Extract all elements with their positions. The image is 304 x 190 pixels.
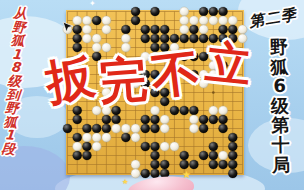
black-stone [209, 142, 218, 151]
white-stone [180, 7, 189, 16]
black-stone [150, 25, 159, 34]
black-stone [121, 25, 130, 34]
go-board [66, 10, 244, 175]
black-stone [73, 25, 82, 34]
black-stone [180, 34, 189, 43]
black-stone [209, 151, 218, 160]
white-stone [131, 160, 140, 169]
black-stone [112, 106, 121, 115]
black-stone [160, 43, 169, 52]
sparkle-icon: ✦ [89, 0, 96, 8]
black-stone [141, 169, 150, 178]
white-stone [209, 70, 218, 79]
black-stone [189, 106, 198, 115]
star-icon: ★ [122, 178, 128, 186]
black-stone [141, 25, 150, 34]
white-stone [121, 124, 130, 133]
white-stone [238, 34, 247, 43]
black-stone [82, 142, 91, 151]
white-stone [112, 124, 121, 133]
white-stone [160, 52, 169, 61]
black-stone [199, 124, 208, 133]
black-stone [82, 151, 91, 160]
white-stone [141, 52, 150, 61]
black-stone [150, 124, 159, 133]
white-stone [141, 88, 150, 97]
white-stone [219, 151, 228, 160]
white-stone [199, 70, 208, 79]
white-stone [189, 115, 198, 124]
episode-char: 狐 [270, 56, 288, 76]
black-stone [160, 160, 169, 169]
episode-char: 局 [272, 154, 290, 174]
black-stone [73, 133, 82, 142]
white-stone [199, 16, 208, 25]
black-stone [141, 79, 150, 88]
white-stone [160, 115, 169, 124]
white-stone [180, 16, 189, 25]
black-stone [219, 25, 228, 34]
black-stone [141, 142, 150, 151]
white-stone [131, 124, 140, 133]
white-stone [160, 124, 169, 133]
white-stone [102, 88, 111, 97]
black-stone [92, 124, 101, 133]
black-stone [199, 151, 208, 160]
black-stone [131, 7, 140, 16]
white-stone [150, 106, 159, 115]
white-stone [102, 61, 111, 70]
black-stone [160, 97, 169, 106]
black-stone [170, 106, 179, 115]
black-stone [189, 52, 198, 61]
black-stone [141, 115, 150, 124]
white-stone [189, 16, 198, 25]
white-stone [102, 43, 111, 52]
white-stone [170, 43, 179, 52]
black-stone [102, 124, 111, 133]
white-stone [92, 106, 101, 115]
black-stone [150, 70, 159, 79]
black-stone [219, 160, 228, 169]
episode-char: 十 [272, 135, 290, 155]
caption-char: 段 [1, 142, 16, 157]
black-stone [63, 124, 72, 133]
board-grid [66, 10, 244, 175]
white-stone [131, 133, 140, 142]
white-stone [92, 133, 101, 142]
white-stone [92, 34, 101, 43]
white-stone [102, 70, 111, 79]
black-stone [150, 34, 159, 43]
black-stone [160, 34, 169, 43]
black-stone [189, 160, 198, 169]
black-stone [219, 124, 228, 133]
black-stone [141, 70, 150, 79]
episode-char: 级 [271, 96, 289, 116]
white-stone [131, 169, 140, 178]
black-stone [228, 34, 237, 43]
black-stone [82, 124, 91, 133]
black-stone [121, 133, 130, 142]
black-stone [228, 160, 237, 169]
white-stone [112, 79, 121, 88]
black-stone [199, 115, 208, 124]
white-stone [102, 16, 111, 25]
black-stone [189, 25, 198, 34]
white-stone [180, 25, 189, 34]
black-stone [73, 115, 82, 124]
white-stone [189, 124, 198, 133]
black-stone [228, 151, 237, 160]
white-stone [92, 43, 101, 52]
black-stone [150, 115, 159, 124]
episode-label: 野狐6级第十局 [270, 37, 290, 174]
black-stone [180, 106, 189, 115]
white-stone [209, 61, 218, 70]
white-stone [131, 97, 140, 106]
white-stone [209, 16, 218, 25]
black-stone [73, 151, 82, 160]
black-stone [228, 133, 237, 142]
black-stone [219, 61, 228, 70]
black-stone [219, 115, 228, 124]
episode-char: 6 [273, 76, 286, 96]
black-stone [141, 124, 150, 133]
white-stone [102, 79, 111, 88]
white-stone [121, 43, 130, 52]
black-stone [160, 25, 169, 34]
black-stone [180, 160, 189, 169]
white-stone [150, 52, 159, 61]
black-stone [189, 34, 198, 43]
black-stone [219, 34, 228, 43]
black-stone [131, 16, 140, 25]
white-stone [82, 16, 91, 25]
video-thumbnail: 扳完不立 从野狐18级到野狐1段 第二季 野狐6级第十局 ★ ★ ✦ [0, 0, 304, 190]
black-stone [170, 34, 179, 43]
white-stone [209, 52, 218, 61]
cursor-icon [62, 21, 74, 33]
black-stone [73, 43, 82, 52]
white-stone [73, 16, 82, 25]
white-stone [82, 34, 91, 43]
episode-char: 野 [270, 37, 288, 57]
black-stone [141, 34, 150, 43]
black-stone [150, 7, 159, 16]
black-stone [102, 115, 111, 124]
black-stone [150, 160, 159, 169]
black-stone [209, 34, 218, 43]
white-stone [102, 106, 111, 115]
white-stone [219, 106, 228, 115]
white-stone [82, 133, 91, 142]
white-stone [92, 142, 101, 151]
episode-char: 第 [271, 115, 289, 135]
white-stone [170, 142, 179, 151]
white-stone [102, 97, 111, 106]
white-stone [121, 34, 130, 43]
black-stone [228, 169, 237, 178]
white-stone [238, 25, 247, 34]
black-stone [112, 115, 121, 124]
black-stone [150, 88, 159, 97]
black-stone [150, 142, 159, 151]
black-stone [199, 34, 208, 43]
black-stone [228, 25, 237, 34]
white-stone [160, 142, 169, 151]
white-stone [228, 16, 237, 25]
black-stone [180, 151, 189, 160]
black-stone [189, 70, 198, 79]
black-stone [92, 16, 101, 25]
white-stone [82, 25, 91, 34]
white-stone [73, 142, 82, 151]
white-stone [131, 79, 140, 88]
black-stone [150, 43, 159, 52]
black-stone [209, 7, 218, 16]
black-stone [73, 106, 82, 115]
white-stone [102, 25, 111, 34]
star-icon: ★ [182, 169, 191, 180]
black-stone [209, 160, 218, 169]
black-stone [150, 151, 159, 160]
black-stone [180, 52, 189, 61]
white-stone [219, 16, 228, 25]
white-stone [199, 79, 208, 88]
black-stone [160, 88, 169, 97]
black-stone [92, 52, 101, 61]
black-stone [228, 142, 237, 151]
black-stone [199, 52, 208, 61]
white-stone [209, 106, 218, 115]
white-stone [199, 25, 208, 34]
black-stone [209, 115, 218, 124]
black-stone [219, 7, 228, 16]
black-stone [199, 7, 208, 16]
white-stone [102, 133, 111, 142]
white-stone [170, 52, 179, 61]
black-stone [73, 34, 82, 43]
